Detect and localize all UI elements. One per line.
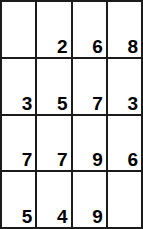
grid-cell-r4c2[interactable]: 4 [37, 172, 70, 227]
cell-digit: 9 [92, 150, 103, 169]
cell-digit: 5 [22, 207, 33, 226]
cell-digit: 6 [92, 37, 103, 56]
cell-digit: 3 [22, 94, 33, 113]
cell-digit: 7 [92, 94, 103, 113]
grid-cell-r1c2[interactable]: 2 [37, 2, 70, 57]
grid-cell-r4c3[interactable]: 9 [73, 172, 106, 227]
cell-digit: 2 [57, 37, 68, 56]
grid-cell-r2c2[interactable]: 5 [37, 59, 70, 114]
cell-digit: 9 [92, 207, 103, 226]
grid-cell-r4c1[interactable]: 5 [2, 172, 35, 227]
cell-digit: 5 [57, 94, 68, 113]
cell-digit: 7 [22, 150, 33, 169]
cell-digit: 3 [127, 94, 138, 113]
grid-cell-r3c3[interactable]: 9 [73, 116, 106, 171]
grid-cell-r2c1[interactable]: 3 [2, 59, 35, 114]
grid-cell-r2c4[interactable]: 3 [108, 59, 141, 114]
grid-cell-r4c4[interactable] [108, 172, 141, 227]
grid-cell-r1c1[interactable] [2, 2, 35, 57]
grid-cell-r3c1[interactable]: 7 [2, 116, 35, 171]
cell-digit: 4 [57, 207, 68, 226]
cell-digit: 8 [127, 37, 138, 56]
grid-cell-r3c4[interactable]: 6 [108, 116, 141, 171]
puzzle-board: 26835737796549 [0, 0, 143, 229]
grid-cell-r2c3[interactable]: 7 [73, 59, 106, 114]
cell-digit: 6 [127, 150, 138, 169]
grid-cell-r1c3[interactable]: 6 [73, 2, 106, 57]
cell-digit: 7 [57, 150, 68, 169]
grid-cell-r3c2[interactable]: 7 [37, 116, 70, 171]
grid-cell-r1c4[interactable]: 8 [108, 2, 141, 57]
